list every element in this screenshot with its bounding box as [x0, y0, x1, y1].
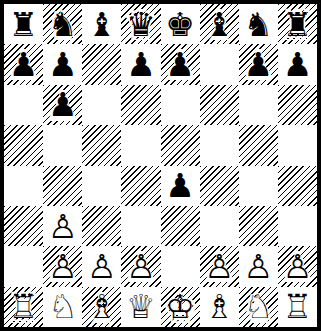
square-h3[interactable]	[278, 206, 317, 246]
square-g7[interactable]: ♟♟	[239, 44, 278, 84]
square-c6[interactable]	[82, 85, 121, 125]
square-b4[interactable]	[43, 166, 82, 206]
square-d2[interactable]: ♟♙	[121, 246, 160, 286]
square-d6[interactable]	[121, 85, 160, 125]
square-b8[interactable]: ♞♞	[43, 4, 82, 44]
piece-halo: ♟	[239, 246, 278, 286]
square-a1[interactable]: ♜♖	[4, 287, 43, 327]
piece-halo: ♟	[43, 246, 82, 286]
square-d7[interactable]: ♟♟	[121, 44, 160, 84]
white-bishop-piece: ♗	[200, 287, 239, 327]
piece-halo: ♟	[239, 44, 278, 84]
square-c4[interactable]	[82, 166, 121, 206]
square-e4[interactable]: ♟♟	[161, 166, 200, 206]
square-f4[interactable]	[200, 166, 239, 206]
white-knight-piece: ♘	[43, 287, 82, 327]
square-h5[interactable]	[278, 125, 317, 165]
square-h8[interactable]: ♜♜	[278, 4, 317, 44]
white-queen-piece: ♕	[121, 287, 160, 327]
square-c8[interactable]: ♝♝	[82, 4, 121, 44]
square-b3[interactable]: ♟♙	[43, 206, 82, 246]
black-pawn-piece: ♟	[4, 44, 43, 84]
square-c5[interactable]	[82, 125, 121, 165]
piece-halo: ♟	[43, 44, 82, 84]
square-h7[interactable]: ♟♟	[278, 44, 317, 84]
black-pawn-piece: ♟	[239, 44, 278, 84]
square-e7[interactable]: ♟♟	[161, 44, 200, 84]
piece-halo: ♟	[161, 44, 200, 84]
square-d4[interactable]	[121, 166, 160, 206]
white-bishop-piece: ♗	[82, 287, 121, 327]
square-e5[interactable]	[161, 125, 200, 165]
square-f5[interactable]	[200, 125, 239, 165]
piece-halo: ♟	[121, 44, 160, 84]
black-pawn-piece: ♟	[161, 44, 200, 84]
black-bishop-piece: ♝	[200, 4, 239, 44]
square-h2[interactable]: ♟♙	[278, 246, 317, 286]
piece-halo: ♝	[82, 4, 121, 44]
white-pawn-piece: ♙	[200, 246, 239, 286]
white-pawn-piece: ♙	[43, 246, 82, 286]
white-rook-piece: ♖	[4, 287, 43, 327]
square-f2[interactable]: ♟♙	[200, 246, 239, 286]
square-b2[interactable]: ♟♙	[43, 246, 82, 286]
piece-halo: ♟	[200, 246, 239, 286]
piece-halo: ♜	[4, 287, 43, 327]
chess-board: ♜♜♞♞♝♝♛♛♚♚♝♝♞♞♜♜♟♟♟♟♟♟♟♟♟♟♟♟♟♟♟♟♟♙♟♙♟♙♟♙…	[4, 4, 317, 327]
square-d1[interactable]: ♛♕	[121, 287, 160, 327]
square-d8[interactable]: ♛♛	[121, 4, 160, 44]
square-e2[interactable]	[161, 246, 200, 286]
piece-halo: ♟	[278, 44, 317, 84]
square-f8[interactable]: ♝♝	[200, 4, 239, 44]
square-a3[interactable]	[4, 206, 43, 246]
white-rook-piece: ♖	[278, 287, 317, 327]
square-a4[interactable]	[4, 166, 43, 206]
square-f6[interactable]	[200, 85, 239, 125]
square-h4[interactable]	[278, 166, 317, 206]
piece-halo: ♞	[239, 287, 278, 327]
square-a5[interactable]	[4, 125, 43, 165]
square-f1[interactable]: ♝♗	[200, 287, 239, 327]
piece-halo: ♝	[200, 4, 239, 44]
black-pawn-piece: ♟	[161, 166, 200, 206]
square-g6[interactable]	[239, 85, 278, 125]
piece-halo: ♟	[43, 206, 82, 246]
piece-halo: ♝	[82, 287, 121, 327]
square-b1[interactable]: ♞♘	[43, 287, 82, 327]
square-g1[interactable]: ♞♘	[239, 287, 278, 327]
white-pawn-piece: ♙	[82, 246, 121, 286]
piece-halo: ♜	[278, 4, 317, 44]
square-e1[interactable]: ♚♔	[161, 287, 200, 327]
square-g3[interactable]	[239, 206, 278, 246]
square-a7[interactable]: ♟♟	[4, 44, 43, 84]
black-rook-piece: ♜	[4, 4, 43, 44]
piece-halo: ♛	[121, 4, 160, 44]
piece-halo: ♞	[43, 4, 82, 44]
piece-halo: ♟	[82, 246, 121, 286]
square-a6[interactable]	[4, 85, 43, 125]
piece-halo: ♟	[121, 246, 160, 286]
square-e6[interactable]	[161, 85, 200, 125]
white-knight-piece: ♘	[239, 287, 278, 327]
black-bishop-piece: ♝	[82, 4, 121, 44]
square-c3[interactable]	[82, 206, 121, 246]
white-king-piece: ♔	[161, 287, 200, 327]
chess-board-frame: ♜♜♞♞♝♝♛♛♚♚♝♝♞♞♜♜♟♟♟♟♟♟♟♟♟♟♟♟♟♟♟♟♟♙♟♙♟♙♟♙…	[0, 0, 321, 331]
black-rook-piece: ♜	[278, 4, 317, 44]
white-pawn-piece: ♙	[239, 246, 278, 286]
square-b7[interactable]: ♟♟	[43, 44, 82, 84]
square-g2[interactable]: ♟♙	[239, 246, 278, 286]
piece-halo: ♟	[43, 85, 82, 125]
black-queen-piece: ♛	[121, 4, 160, 44]
black-pawn-piece: ♟	[43, 85, 82, 125]
black-pawn-piece: ♟	[43, 44, 82, 84]
black-knight-piece: ♞	[43, 4, 82, 44]
square-a8[interactable]: ♜♜	[4, 4, 43, 44]
black-king-piece: ♚	[161, 4, 200, 44]
square-g8[interactable]: ♞♞	[239, 4, 278, 44]
piece-halo: ♚	[161, 287, 200, 327]
square-c1[interactable]: ♝♗	[82, 287, 121, 327]
square-b5[interactable]	[43, 125, 82, 165]
square-c2[interactable]: ♟♙	[82, 246, 121, 286]
black-pawn-piece: ♟	[278, 44, 317, 84]
square-d5[interactable]	[121, 125, 160, 165]
piece-halo: ♟	[161, 166, 200, 206]
square-e8[interactable]: ♚♚	[161, 4, 200, 44]
square-h6[interactable]	[278, 85, 317, 125]
piece-halo: ♜	[278, 287, 317, 327]
piece-halo: ♞	[43, 287, 82, 327]
piece-halo: ♚	[161, 4, 200, 44]
square-c7[interactable]	[82, 44, 121, 84]
piece-halo: ♝	[200, 287, 239, 327]
piece-halo: ♟	[4, 44, 43, 84]
piece-halo: ♛	[121, 287, 160, 327]
square-b6[interactable]: ♟♟	[43, 85, 82, 125]
piece-halo: ♜	[4, 4, 43, 44]
square-e3[interactable]	[161, 206, 200, 246]
square-a2[interactable]	[4, 246, 43, 286]
square-f7[interactable]	[200, 44, 239, 84]
piece-halo: ♞	[239, 4, 278, 44]
black-knight-piece: ♞	[239, 4, 278, 44]
square-h1[interactable]: ♜♖	[278, 287, 317, 327]
white-pawn-piece: ♙	[278, 246, 317, 286]
square-g5[interactable]	[239, 125, 278, 165]
white-pawn-piece: ♙	[43, 206, 82, 246]
square-f3[interactable]	[200, 206, 239, 246]
piece-halo: ♟	[278, 246, 317, 286]
square-d3[interactable]	[121, 206, 160, 246]
square-g4[interactable]	[239, 166, 278, 206]
white-pawn-piece: ♙	[121, 246, 160, 286]
black-pawn-piece: ♟	[121, 44, 160, 84]
